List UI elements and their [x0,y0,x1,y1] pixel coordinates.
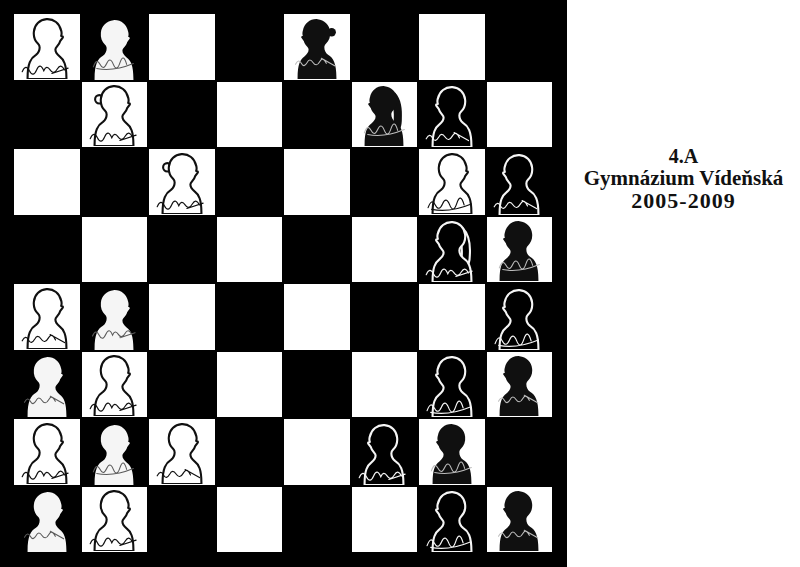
board-square-r3c7 [486,216,554,284]
board-square-r3c4 [283,216,351,284]
board-square-r3c2 [148,216,216,284]
board-square-r4c1 [81,283,149,351]
board-square-r2c2 [148,148,216,216]
board-square-r4c7 [486,283,554,351]
student-silhouette [89,83,139,146]
board-square-r7c6 [418,486,486,554]
board-square-r6c6 [418,418,486,486]
student-silhouette [22,16,72,79]
student-silhouette [89,287,139,350]
board-square-r6c2 [148,418,216,486]
board-square-r4c3 [216,283,284,351]
board-square-r5c0 [13,351,81,419]
board-square-r4c0 [13,283,81,351]
student-silhouette [494,287,544,350]
board-square-r2c0 [13,148,81,216]
board-square-r1c0 [13,81,81,149]
board-square-r2c5 [351,148,419,216]
student-silhouette [89,353,139,416]
student-silhouette [427,219,477,282]
board-square-r3c6 [418,216,486,284]
board-square-r0c3 [216,13,284,81]
board-square-r1c5 [351,81,419,149]
board-square-r6c5 [351,418,419,486]
board-square-r7c1 [81,486,149,554]
board-square-r1c3 [216,81,284,149]
student-silhouette [494,353,544,416]
board-square-r7c7 [486,486,554,554]
student-silhouette [494,488,544,551]
board-square-r6c3 [216,418,284,486]
student-silhouette [494,218,544,281]
board-square-r7c3 [216,486,284,554]
board-square-r0c2 [148,13,216,81]
student-silhouette [89,17,139,80]
board-square-r3c0 [13,216,81,284]
student-silhouette [494,152,544,215]
board-square-r7c0 [13,486,81,554]
board-square-r5c4 [283,351,351,419]
board-square-r4c2 [148,283,216,351]
chessboard [0,0,567,567]
student-silhouette [359,422,409,485]
board-square-r3c3 [216,216,284,284]
board-square-r4c4 [283,283,351,351]
board-square-r2c3 [216,148,284,216]
board-square-r2c1 [81,148,149,216]
student-silhouette [427,421,477,484]
tableau-poster: 4.A Gymnázium Vídeňská 2005-2009 ♟ ♟ ♞ ♙… [0,0,800,567]
student-silhouette [427,84,477,147]
student-silhouette [89,488,139,551]
board-square-r3c5 [351,216,419,284]
board-square-r3c1 [81,216,149,284]
student-silhouette [427,354,477,417]
board-square-r2c6 [418,148,486,216]
board-square-r1c6 [418,81,486,149]
board-square-r7c4 [283,486,351,554]
board-square-r1c7 [486,81,554,149]
board-square-r0c5 [351,13,419,81]
board-square-r0c7 [486,13,554,81]
school-name: Gymnázium Vídeňská [567,167,800,189]
chessboard-grid [13,13,553,553]
board-square-r6c0 [13,418,81,486]
student-silhouette [89,422,139,485]
student-silhouette [157,421,207,484]
board-square-r0c1 [81,13,149,81]
board-square-r5c7 [486,351,554,419]
year-range: 2005-2009 [567,189,800,212]
board-square-r0c4 [283,13,351,81]
board-square-r6c1 [81,418,149,486]
student-silhouette [292,16,342,79]
board-square-r5c2 [148,351,216,419]
board-square-r2c4 [283,148,351,216]
class-name: 4.A [567,146,800,167]
class-title: 4.A Gymnázium Vídeňská 2005-2009 [567,146,800,213]
student-silhouette [427,489,477,552]
board-square-r6c4 [283,418,351,486]
board-square-r1c2 [148,81,216,149]
student-silhouette [22,489,72,552]
board-square-r1c1 [81,81,149,149]
board-square-r7c5 [351,486,419,554]
board-square-r4c6 [418,283,486,351]
student-silhouette [22,421,72,484]
student-silhouette [22,354,72,417]
board-square-r5c3 [216,351,284,419]
board-square-r5c5 [351,351,419,419]
board-square-r7c2 [148,486,216,554]
board-square-r1c4 [283,81,351,149]
board-square-r2c7 [486,148,554,216]
board-square-r5c1 [81,351,149,419]
board-square-r4c5 [351,283,419,351]
student-silhouette [22,286,72,349]
student-silhouette [427,151,477,214]
side-panel: 4.A Gymnázium Vídeňská 2005-2009 ♟ ♟ ♞ ♙… [567,0,800,567]
board-square-r0c0 [13,13,81,81]
board-square-r6c7 [486,418,554,486]
student-silhouette [359,83,409,146]
board-square-r5c6 [418,351,486,419]
student-silhouette [157,151,207,214]
board-square-r0c6 [418,13,486,81]
